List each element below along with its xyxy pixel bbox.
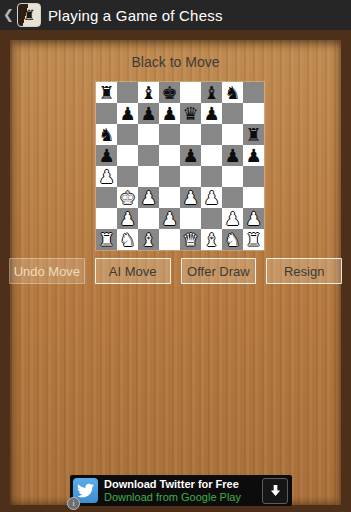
ad-info-icon[interactable]: i bbox=[67, 497, 80, 510]
square-h7[interactable] bbox=[243, 103, 264, 124]
white-rook: ♜ bbox=[245, 229, 261, 250]
square-e2[interactable] bbox=[180, 208, 201, 229]
square-h4[interactable] bbox=[243, 166, 264, 187]
square-a4[interactable]: ♟ bbox=[96, 166, 117, 187]
turn-indicator: Black to Move bbox=[0, 54, 351, 70]
square-b7[interactable]: ♟ bbox=[117, 103, 138, 124]
square-e4[interactable] bbox=[180, 166, 201, 187]
square-a5[interactable]: ♟ bbox=[96, 145, 117, 166]
black-king: ♚ bbox=[161, 82, 177, 103]
ad-text: Download Twitter for Free Download from … bbox=[104, 478, 241, 503]
white-pawn: ♟ bbox=[203, 187, 219, 208]
app-icon-piece: ♜ bbox=[23, 7, 36, 23]
square-g2[interactable]: ♟ bbox=[222, 208, 243, 229]
square-b1[interactable]: ♞ bbox=[117, 229, 138, 250]
square-b3[interactable]: ♚ bbox=[117, 187, 138, 208]
white-bishop: ♝ bbox=[203, 229, 219, 250]
square-c4[interactable] bbox=[138, 166, 159, 187]
square-g5[interactable]: ♟ bbox=[222, 145, 243, 166]
black-pawn: ♟ bbox=[245, 145, 261, 166]
square-c2[interactable] bbox=[138, 208, 159, 229]
square-h8[interactable] bbox=[243, 82, 264, 103]
black-rook: ♜ bbox=[98, 82, 114, 103]
white-queen: ♛ bbox=[182, 229, 198, 250]
square-a8[interactable]: ♜ bbox=[96, 82, 117, 103]
black-knight: ♞ bbox=[98, 124, 114, 145]
square-a3[interactable] bbox=[96, 187, 117, 208]
app-title: Playing a Game of Chess bbox=[48, 7, 223, 24]
white-pawn: ♟ bbox=[161, 208, 177, 229]
black-bishop: ♝ bbox=[203, 82, 219, 103]
black-knight: ♞ bbox=[224, 82, 240, 103]
square-b5[interactable] bbox=[117, 145, 138, 166]
square-g1[interactable]: ♞ bbox=[222, 229, 243, 250]
download-arrow-icon bbox=[269, 484, 282, 497]
wood-frame: Black to Move ♜♝♚♝♞♟♟♟♛♟♞♜♟♟♟♟♟♚♟♟♟♟♟♟♟♜… bbox=[0, 30, 351, 512]
app-icon: ♜ bbox=[17, 3, 41, 27]
square-c7[interactable]: ♟ bbox=[138, 103, 159, 124]
square-e5[interactable]: ♟ bbox=[180, 145, 201, 166]
square-b2[interactable]: ♟ bbox=[117, 208, 138, 229]
square-d1[interactable] bbox=[159, 229, 180, 250]
square-b4[interactable] bbox=[117, 166, 138, 187]
square-a6[interactable]: ♞ bbox=[96, 124, 117, 145]
white-knight: ♞ bbox=[119, 229, 135, 250]
square-b6[interactable] bbox=[117, 124, 138, 145]
ad-banner[interactable]: Download Twitter for Free Download from … bbox=[70, 475, 292, 506]
square-d7[interactable]: ♟ bbox=[159, 103, 180, 124]
square-a2[interactable] bbox=[96, 208, 117, 229]
square-e8[interactable] bbox=[180, 82, 201, 103]
square-d2[interactable]: ♟ bbox=[159, 208, 180, 229]
square-d3[interactable] bbox=[159, 187, 180, 208]
square-f6[interactable] bbox=[201, 124, 222, 145]
black-pawn: ♟ bbox=[140, 103, 156, 124]
square-f8[interactable]: ♝ bbox=[201, 82, 222, 103]
square-f7[interactable]: ♟ bbox=[201, 103, 222, 124]
square-h3[interactable] bbox=[243, 187, 264, 208]
white-pawn: ♟ bbox=[98, 166, 114, 187]
black-pawn: ♟ bbox=[224, 145, 240, 166]
ai-move-button[interactable]: AI Move bbox=[95, 258, 171, 284]
white-pawn: ♟ bbox=[245, 208, 261, 229]
square-c5[interactable] bbox=[138, 145, 159, 166]
black-pawn: ♟ bbox=[182, 145, 198, 166]
resign-button[interactable]: Resign bbox=[266, 258, 342, 284]
white-pawn: ♟ bbox=[182, 187, 198, 208]
ad-subtitle: Download from Google Play bbox=[104, 491, 241, 503]
control-bar: Undo Move AI Move Offer Draw Resign bbox=[9, 258, 342, 284]
square-h6[interactable]: ♜ bbox=[243, 124, 264, 145]
square-f5[interactable] bbox=[201, 145, 222, 166]
square-g7[interactable] bbox=[222, 103, 243, 124]
square-h1[interactable]: ♜ bbox=[243, 229, 264, 250]
square-b8[interactable] bbox=[117, 82, 138, 103]
square-c1[interactable]: ♝ bbox=[138, 229, 159, 250]
square-f2[interactable] bbox=[201, 208, 222, 229]
white-knight: ♞ bbox=[224, 229, 240, 250]
square-e3[interactable]: ♟ bbox=[180, 187, 201, 208]
square-h5[interactable]: ♟ bbox=[243, 145, 264, 166]
square-h2[interactable]: ♟ bbox=[243, 208, 264, 229]
undo-move-button[interactable]: Undo Move bbox=[9, 258, 85, 284]
square-d8[interactable]: ♚ bbox=[159, 82, 180, 103]
white-rook: ♜ bbox=[98, 229, 114, 250]
black-queen: ♛ bbox=[182, 103, 198, 124]
ad-download-button[interactable] bbox=[262, 478, 288, 504]
white-bishop: ♝ bbox=[140, 229, 156, 250]
square-f4[interactable] bbox=[201, 166, 222, 187]
white-pawn: ♟ bbox=[224, 208, 240, 229]
black-pawn: ♟ bbox=[161, 103, 177, 124]
square-f1[interactable]: ♝ bbox=[201, 229, 222, 250]
title-bar: ❮ ♜ Playing a Game of Chess bbox=[0, 0, 351, 30]
square-c8[interactable]: ♝ bbox=[138, 82, 159, 103]
square-d6[interactable] bbox=[159, 124, 180, 145]
chess-board: ♜♝♚♝♞♟♟♟♛♟♞♜♟♟♟♟♟♚♟♟♟♟♟♟♟♜♞♝♛♝♞♜ bbox=[96, 82, 264, 250]
square-g3[interactable] bbox=[222, 187, 243, 208]
black-pawn: ♟ bbox=[98, 145, 114, 166]
square-d5[interactable] bbox=[159, 145, 180, 166]
back-icon[interactable]: ❮ bbox=[3, 0, 14, 30]
square-g4[interactable] bbox=[222, 166, 243, 187]
square-e7[interactable]: ♛ bbox=[180, 103, 201, 124]
square-d4[interactable] bbox=[159, 166, 180, 187]
black-rook: ♜ bbox=[245, 124, 261, 145]
ad-title: Download Twitter for Free bbox=[104, 478, 241, 490]
square-g6[interactable] bbox=[222, 124, 243, 145]
square-e1[interactable]: ♛ bbox=[180, 229, 201, 250]
square-f3[interactable]: ♟ bbox=[201, 187, 222, 208]
black-pawn: ♟ bbox=[203, 103, 219, 124]
square-c3[interactable]: ♟ bbox=[138, 187, 159, 208]
black-pawn: ♟ bbox=[119, 103, 135, 124]
white-king: ♚ bbox=[119, 187, 135, 208]
square-a7[interactable] bbox=[96, 103, 117, 124]
square-c6[interactable] bbox=[138, 124, 159, 145]
white-pawn: ♟ bbox=[119, 208, 135, 229]
square-e6[interactable] bbox=[180, 124, 201, 145]
square-a1[interactable]: ♜ bbox=[96, 229, 117, 250]
white-pawn: ♟ bbox=[140, 187, 156, 208]
square-g8[interactable]: ♞ bbox=[222, 82, 243, 103]
offer-draw-button[interactable]: Offer Draw bbox=[181, 258, 257, 284]
black-bishop: ♝ bbox=[140, 82, 156, 103]
